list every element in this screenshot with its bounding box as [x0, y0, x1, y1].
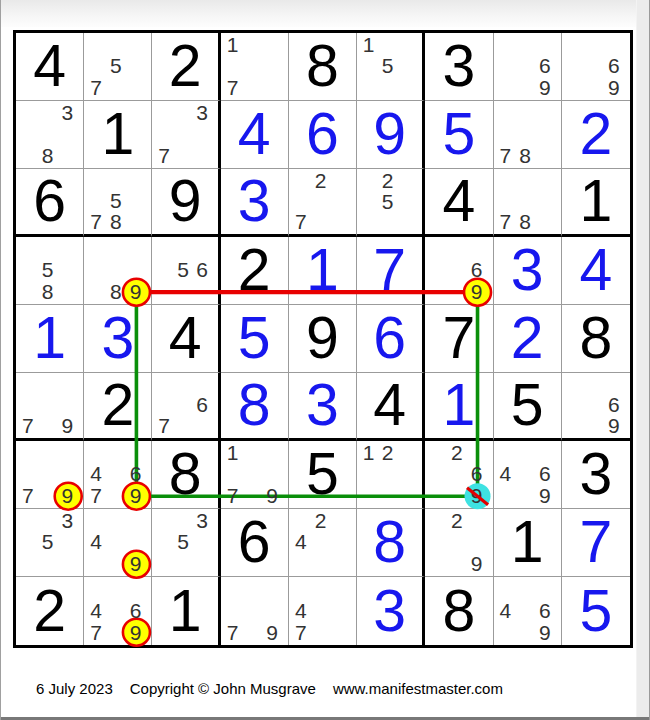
cell-r5c5[interactable]: 9 [289, 305, 357, 373]
solved-digit: 5 [562, 577, 630, 645]
cell-r9c6[interactable]: 3 [357, 577, 425, 645]
solved-digit: 3 [84, 305, 151, 372]
footer-website: www.manifestmaster.com [333, 680, 503, 697]
pencil-marks: 269 [425, 441, 492, 508]
cell-r5c6[interactable]: 6 [357, 305, 425, 373]
cell-r8c9[interactable]: 7 [562, 509, 630, 577]
solved-digit: 3 [289, 373, 356, 438]
candidate-2: 2 [311, 510, 331, 531]
candidate-7: 7 [291, 211, 311, 232]
candidate-6: 6 [604, 55, 624, 76]
given-digit: 4 [357, 373, 422, 438]
candidate-9: 9 [467, 553, 487, 574]
cell-r8c3[interactable]: 35 [152, 509, 220, 577]
given-digit: 1 [562, 169, 630, 234]
solved-digit: 1 [425, 373, 492, 438]
candidate-8: 8 [515, 145, 535, 166]
cell-r6c7[interactable]: 1 [425, 373, 493, 441]
cell-r6c9[interactable]: 69 [562, 373, 630, 441]
footer-copyright: Copyright © John Musgrave [130, 680, 316, 697]
cell-r1c4[interactable]: 17 [221, 33, 289, 101]
cell-r7c4[interactable]: 179 [221, 441, 289, 509]
candidate-2: 2 [311, 170, 331, 191]
candidate-6: 6 [535, 463, 555, 484]
given-digit: 8 [562, 305, 630, 372]
window-right-gutter [636, 0, 649, 720]
solved-digit: 3 [357, 577, 422, 645]
cell-r9c4[interactable]: 79 [221, 577, 289, 645]
given-digit: 7 [425, 305, 492, 372]
cell-r5c1[interactable]: 1 [16, 305, 84, 373]
pencil-marks: 17 [221, 33, 288, 100]
candidate-7: 7 [223, 621, 243, 643]
candidate-3: 3 [193, 102, 212, 123]
pencil-marks: 469 [494, 441, 561, 508]
cell-r2c5[interactable]: 6 [289, 101, 357, 169]
candidate-7: 7 [496, 211, 516, 232]
cell-r6c3[interactable]: 67 [152, 373, 220, 441]
pencil-marks: 57 [84, 33, 151, 100]
cell-r4c2[interactable]: 89 [84, 237, 152, 305]
pencil-marks: 4679 [84, 577, 151, 645]
pencil-marks: 469 [494, 577, 561, 645]
given-digit: 4 [425, 169, 492, 234]
cell-r3c9[interactable]: 1 [562, 169, 630, 237]
solved-digit: 8 [357, 509, 422, 576]
given-digit: 1 [494, 509, 561, 576]
candidate-9: 9 [535, 485, 555, 506]
given-digit: 2 [152, 33, 217, 100]
candidate-7: 7 [291, 621, 311, 643]
cell-r4c3[interactable]: 56 [152, 237, 220, 305]
candidate-9: 9 [262, 621, 282, 643]
cell-r6c6[interactable]: 4 [357, 373, 425, 441]
pencil-marks: 37 [152, 101, 217, 168]
cell-r7c8[interactable]: 469 [494, 441, 562, 509]
pencil-marks: 4679 [84, 441, 151, 508]
cell-r6c1[interactable]: 79 [16, 373, 84, 441]
candidate-4: 4 [291, 600, 311, 622]
cell-r8c8[interactable]: 1 [494, 509, 562, 577]
given-digit: 8 [425, 577, 492, 645]
candidate-1: 1 [223, 442, 243, 463]
candidate-7: 7 [154, 145, 173, 166]
given-digit: 9 [152, 169, 217, 234]
solved-digit: 4 [221, 101, 288, 168]
cell-r1c5[interactable]: 8 [289, 33, 357, 101]
candidate-1: 1 [223, 34, 243, 55]
cell-r7c7[interactable]: 269 [425, 441, 493, 509]
candidate-8: 8 [106, 281, 126, 302]
cell-r1c1[interactable]: 4 [16, 33, 84, 101]
candidate-5: 5 [106, 55, 126, 76]
cell-r8c1[interactable]: 35 [16, 509, 84, 577]
cell-r4c1[interactable]: 58 [16, 237, 84, 305]
pencil-marks: 67 [152, 373, 217, 438]
candidate-7: 7 [86, 77, 106, 98]
given-digit: 4 [152, 305, 217, 372]
cell-r2c1[interactable]: 38 [16, 101, 84, 169]
pencil-marks: 79 [221, 577, 288, 645]
cell-r7c2[interactable]: 4679 [84, 441, 152, 509]
candidate-4: 4 [86, 531, 106, 552]
candidate-8: 8 [38, 145, 58, 166]
solved-digit: 2 [562, 101, 630, 168]
candidate-5: 5 [106, 190, 126, 211]
candidate-6: 6 [535, 55, 555, 76]
cell-r6c8[interactable]: 5 [494, 373, 562, 441]
candidate-4: 4 [496, 463, 516, 484]
pencil-marks: 78 [494, 169, 561, 234]
candidate-5: 5 [38, 531, 58, 552]
given-digit: 3 [425, 33, 492, 100]
candidate-9: 9 [604, 77, 624, 98]
pencil-marks: 35 [152, 509, 217, 576]
cell-r4c9[interactable]: 4 [562, 237, 630, 305]
candidate-9: 9 [126, 485, 146, 506]
candidate-1: 1 [359, 34, 378, 55]
pencil-marks: 79 [16, 373, 83, 438]
candidate-6: 6 [604, 394, 624, 415]
candidate-7: 7 [496, 145, 516, 166]
candidate-7: 7 [223, 77, 243, 98]
candidate-1: 1 [359, 442, 378, 463]
candidate-9: 9 [535, 621, 555, 643]
cell-r3c6[interactable]: 25 [357, 169, 425, 237]
cell-r5c4[interactable]: 5 [221, 305, 289, 373]
window-top-bar [1, 0, 649, 27]
solved-digit: 5 [221, 305, 288, 372]
candidate-3: 3 [57, 510, 77, 531]
candidate-6: 6 [467, 463, 487, 484]
candidate-5: 5 [378, 191, 397, 212]
given-digit: 5 [289, 441, 356, 508]
pencil-marks: 78 [494, 101, 561, 168]
solved-digit: 7 [562, 509, 630, 576]
candidate-3: 3 [193, 510, 212, 531]
solved-digit: 3 [494, 237, 561, 304]
given-digit: 6 [16, 169, 83, 234]
solved-digit: 3 [221, 169, 288, 234]
pencil-marks: 69 [562, 33, 630, 100]
candidate-4: 4 [291, 531, 311, 552]
candidate-6: 6 [535, 600, 555, 622]
candidate-9: 9 [126, 553, 146, 574]
pencil-marks: 47 [289, 577, 356, 645]
solved-digit: 9 [357, 101, 422, 168]
cell-r3c5[interactable]: 27 [289, 169, 357, 237]
candidate-6: 6 [193, 259, 212, 280]
candidate-7: 7 [18, 485, 38, 506]
pencil-marks: 25 [357, 169, 422, 234]
pencil-marks: 578 [84, 169, 151, 234]
sudoku-board: 4572178153696938137469578265789327254781… [13, 30, 633, 648]
cell-r2c9[interactable]: 2 [562, 101, 630, 169]
cell-r9c3[interactable]: 1 [152, 577, 220, 645]
pencil-marks: 49 [84, 509, 151, 576]
candidate-4: 4 [86, 463, 106, 484]
pencil-marks: 38 [16, 101, 83, 168]
candidate-8: 8 [515, 211, 535, 232]
pencil-marks: 27 [289, 169, 356, 234]
given-digit: 3 [562, 441, 630, 508]
candidate-9: 9 [262, 485, 282, 506]
solved-digit: 6 [357, 305, 422, 372]
solved-digit: 6 [289, 101, 356, 168]
pencil-marks: 15 [357, 33, 422, 100]
given-digit: 1 [152, 577, 217, 645]
cell-r4c8[interactable]: 3 [494, 237, 562, 305]
cell-r1c7[interactable]: 3 [425, 33, 493, 101]
candidate-2: 2 [447, 510, 467, 531]
given-digit: 2 [221, 237, 288, 304]
pencil-marks: 24 [289, 509, 356, 576]
cell-r7c6[interactable]: 12 [357, 441, 425, 509]
cell-r9c5[interactable]: 47 [289, 577, 357, 645]
candidate-2: 2 [447, 442, 467, 463]
solved-digit: 1 [16, 305, 83, 372]
candidate-6: 6 [126, 463, 146, 484]
cell-r8c5[interactable]: 24 [289, 509, 357, 577]
given-digit: 2 [84, 373, 151, 438]
given-digit: 8 [152, 441, 217, 508]
given-digit: 9 [289, 305, 356, 372]
candidate-5: 5 [38, 259, 58, 280]
cell-r7c5[interactable]: 5 [289, 441, 357, 509]
cell-r7c9[interactable]: 3 [562, 441, 630, 509]
given-digit: 4 [16, 33, 83, 100]
cell-r3c3[interactable]: 9 [152, 169, 220, 237]
cell-r5c3[interactable]: 4 [152, 305, 220, 373]
footer-date: 6 July 2023 [36, 680, 113, 697]
cell-r9c7[interactable]: 8 [425, 577, 493, 645]
cell-r4c5[interactable]: 1 [289, 237, 357, 305]
pencil-marks: 56 [152, 237, 217, 304]
cell-r8c7[interactable]: 29 [425, 509, 493, 577]
candidate-5: 5 [174, 531, 193, 552]
pencil-marks: 179 [221, 441, 288, 508]
cell-r4c4[interactable]: 2 [221, 237, 289, 305]
given-digit: 6 [221, 509, 288, 576]
cell-r5c7[interactable]: 7 [425, 305, 493, 373]
candidate-6: 6 [467, 259, 487, 280]
cell-r2c4[interactable]: 4 [221, 101, 289, 169]
cell-r2c7[interactable]: 5 [425, 101, 493, 169]
cell-r2c3[interactable]: 37 [152, 101, 220, 169]
cell-r8c2[interactable]: 49 [84, 509, 152, 577]
cell-r9c9[interactable]: 5 [562, 577, 630, 645]
solved-digit: 2 [494, 305, 561, 372]
cell-r2c8[interactable]: 78 [494, 101, 562, 169]
given-digit: 8 [289, 33, 356, 100]
candidate-7: 7 [154, 415, 173, 436]
candidate-7: 7 [86, 621, 106, 643]
cell-r3c8[interactable]: 78 [494, 169, 562, 237]
pencil-marks: 69 [494, 33, 561, 100]
candidate-7: 7 [86, 485, 106, 506]
cell-r6c4[interactable]: 8 [221, 373, 289, 441]
candidate-6: 6 [126, 600, 146, 622]
pencil-marks: 69 [562, 373, 630, 438]
pencil-marks: 12 [357, 441, 422, 508]
cell-r5c8[interactable]: 2 [494, 305, 562, 373]
candidate-9: 9 [467, 485, 487, 506]
pencil-marks: 35 [16, 509, 83, 576]
solved-digit: 4 [562, 237, 630, 304]
candidate-9: 9 [467, 281, 487, 302]
cell-r1c8[interactable]: 69 [494, 33, 562, 101]
candidate-3: 3 [57, 102, 77, 123]
candidate-7: 7 [18, 415, 38, 436]
candidate-7: 7 [86, 211, 106, 232]
pencil-marks: 58 [16, 237, 83, 304]
pencil-marks: 79 [16, 441, 83, 508]
cell-r2c6[interactable]: 9 [357, 101, 425, 169]
candidate-8: 8 [106, 211, 126, 232]
cell-r1c2[interactable]: 57 [84, 33, 152, 101]
cell-r6c5[interactable]: 3 [289, 373, 357, 441]
candidate-9: 9 [126, 621, 146, 643]
candidate-8: 8 [38, 281, 58, 302]
candidate-2: 2 [378, 442, 397, 463]
cell-r1c6[interactable]: 15 [357, 33, 425, 101]
cell-r6c2[interactable]: 2 [84, 373, 152, 441]
given-digit: 2 [16, 577, 83, 645]
cell-r3c4[interactable]: 3 [221, 169, 289, 237]
solved-digit: 7 [357, 237, 422, 304]
candidate-9: 9 [126, 281, 146, 302]
solved-digit: 8 [221, 373, 288, 438]
candidate-9: 9 [604, 415, 624, 436]
cell-r3c7[interactable]: 4 [425, 169, 493, 237]
cell-r3c2[interactable]: 578 [84, 169, 152, 237]
candidate-7: 7 [223, 485, 243, 506]
cell-r2c2[interactable]: 1 [84, 101, 152, 169]
cell-r7c1[interactable]: 79 [16, 441, 84, 509]
given-digit: 1 [84, 101, 151, 168]
pencil-marks: 69 [425, 237, 492, 304]
cell-r8c4[interactable]: 6 [221, 509, 289, 577]
cell-r4c6[interactable]: 7 [357, 237, 425, 305]
cell-r1c9[interactable]: 69 [562, 33, 630, 101]
candidate-5: 5 [174, 259, 193, 280]
cell-r5c9[interactable]: 8 [562, 305, 630, 373]
candidate-4: 4 [496, 600, 516, 622]
solved-digit: 1 [289, 237, 356, 304]
candidate-9: 9 [535, 77, 555, 98]
cell-r7c3[interactable]: 8 [152, 441, 220, 509]
cell-r3c1[interactable]: 6 [16, 169, 84, 237]
pencil-marks: 29 [425, 509, 492, 576]
candidate-2: 2 [378, 170, 397, 191]
cell-r4c7[interactable]: 69 [425, 237, 493, 305]
cell-r9c8[interactable]: 469 [494, 577, 562, 645]
cell-r5c2[interactable]: 3 [84, 305, 152, 373]
given-digit: 5 [494, 373, 561, 438]
sudoku-grid: 4572178153696938137469578265789327254781… [16, 33, 630, 645]
sudoku-app-window: 4572178153696938137469578265789327254781… [0, 0, 650, 720]
candidate-9: 9 [57, 485, 77, 506]
cell-r9c2[interactable]: 4679 [84, 577, 152, 645]
cell-r8c6[interactable]: 8 [357, 509, 425, 577]
candidate-6: 6 [193, 394, 212, 415]
candidate-5: 5 [378, 55, 397, 76]
footer: 6 July 2023Copyright © John Musgravewww.… [36, 680, 503, 697]
solved-digit: 5 [425, 101, 492, 168]
candidate-4: 4 [86, 600, 106, 622]
cell-r1c3[interactable]: 2 [152, 33, 220, 101]
candidate-9: 9 [57, 415, 77, 436]
pencil-marks: 89 [84, 237, 151, 304]
cell-r9c1[interactable]: 2 [16, 577, 84, 645]
